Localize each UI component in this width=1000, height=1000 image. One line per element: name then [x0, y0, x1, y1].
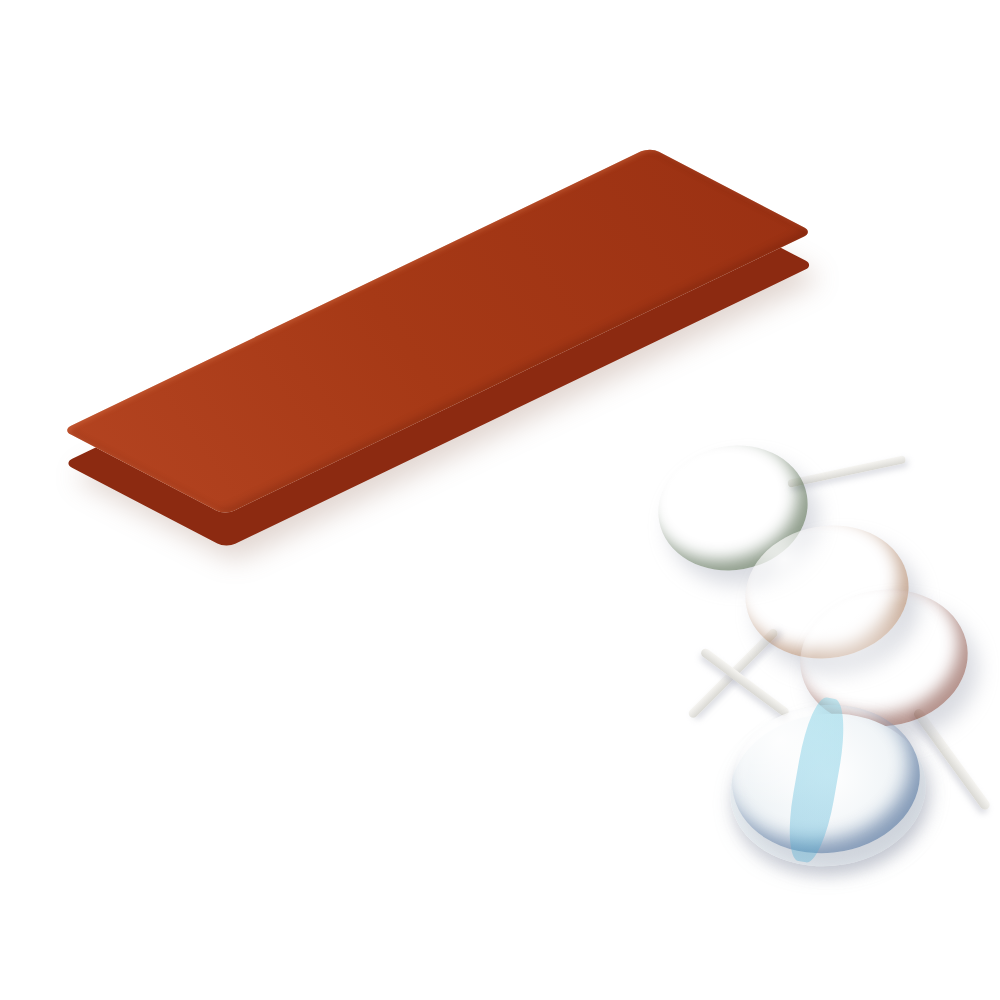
- lollipop-stick: [787, 455, 906, 488]
- glass-streak: [782, 695, 852, 865]
- candy-speckles: [828, 618, 840, 628]
- photo-canvas: [0, 0, 1000, 1000]
